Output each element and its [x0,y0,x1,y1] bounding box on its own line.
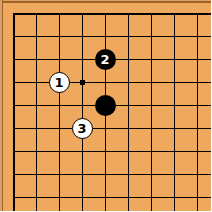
intersection [117,209,140,212]
intersection [25,117,48,140]
intersection [209,25,212,48]
intersection [186,94,209,117]
intersection: 1 [48,71,71,94]
intersection [71,163,94,186]
intersection [140,186,163,209]
intersection [163,186,186,209]
intersection [25,48,48,71]
intersection [140,140,163,163]
intersection [163,140,186,163]
intersection [94,2,117,25]
intersection [117,2,140,25]
intersection [71,140,94,163]
intersection [140,209,163,212]
intersection [186,71,209,94]
intersection [209,163,212,186]
intersection [209,48,212,71]
intersection [2,71,25,94]
intersection [94,186,117,209]
intersection: 3 [71,117,94,140]
intersection [117,48,140,71]
intersection [186,186,209,209]
intersection [71,71,94,94]
intersection [186,140,209,163]
intersection [163,163,186,186]
intersection [94,71,117,94]
intersection [48,2,71,25]
intersection [163,71,186,94]
intersection [48,94,71,117]
intersection [186,163,209,186]
black-stone-2: 2 [95,49,116,70]
intersection [117,71,140,94]
intersection [186,48,209,71]
intersection [140,163,163,186]
intersection [140,71,163,94]
intersection [25,2,48,25]
intersection [186,25,209,48]
intersection [2,209,25,212]
intersection [140,117,163,140]
go-board-diagram: 213 [0,0,211,211]
hoshi-point-marker [80,80,85,85]
intersection [117,25,140,48]
intersection [163,25,186,48]
intersection [117,117,140,140]
intersection [94,117,117,140]
intersection [25,71,48,94]
intersection [186,209,209,212]
intersection [25,163,48,186]
intersection [2,186,25,209]
intersection [117,163,140,186]
intersection [163,94,186,117]
intersection [2,25,25,48]
intersection [209,140,212,163]
intersection [117,140,140,163]
intersection [94,94,117,117]
intersection [2,2,25,25]
intersection [2,94,25,117]
intersection [209,71,212,94]
intersection [94,140,117,163]
intersection [163,2,186,25]
intersection [71,48,94,71]
move-number-label: 3 [77,122,86,135]
intersection [48,48,71,71]
intersection [94,209,117,212]
intersection [94,163,117,186]
intersection [209,186,212,209]
intersection [71,2,94,25]
board-grid: 213 [2,2,212,212]
intersection [48,209,71,212]
intersection [48,163,71,186]
intersection [140,2,163,25]
intersection [25,25,48,48]
intersection [2,48,25,71]
intersection: 2 [94,48,117,71]
intersection [186,2,209,25]
board-frame-left [0,0,3,211]
intersection [25,186,48,209]
intersection [71,186,94,209]
intersection [94,25,117,48]
board-frame-top [0,0,211,3]
intersection [186,117,209,140]
intersection [25,140,48,163]
intersection [2,140,25,163]
intersection [140,94,163,117]
black-stone [95,95,116,116]
intersection [140,48,163,71]
move-number-label: 1 [54,76,63,89]
intersection [140,25,163,48]
intersection [117,94,140,117]
intersection [48,140,71,163]
white-stone-1: 1 [49,72,70,93]
intersection [71,25,94,48]
intersection [209,94,212,117]
intersection [25,209,48,212]
intersection [117,186,140,209]
intersection [2,163,25,186]
intersection [48,117,71,140]
intersection [25,94,48,117]
intersection [209,117,212,140]
intersection [71,209,94,212]
intersection [48,186,71,209]
intersection [2,117,25,140]
intersection [209,209,212,212]
white-stone-3: 3 [72,118,93,139]
intersection [163,48,186,71]
intersection [163,209,186,212]
move-number-label: 2 [100,53,109,66]
intersection [71,94,94,117]
intersection [163,117,186,140]
intersection [209,2,212,25]
intersection [48,25,71,48]
